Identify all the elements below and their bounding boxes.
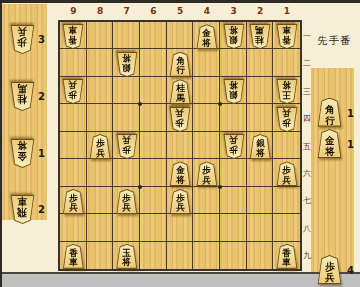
hand-piece-sente[interactable]: 角行: [317, 98, 342, 127]
piece-kanji: 兵: [229, 135, 238, 145]
piece-shape: 歩兵: [169, 107, 191, 132]
piece-face: 歩兵: [170, 108, 190, 131]
file-label-6: 6: [147, 6, 159, 16]
board-piece-sente[interactable]: 銀将: [249, 134, 271, 159]
board-square[interactable]: [87, 214, 114, 241]
sente-hand-count: 4: [347, 265, 354, 276]
board-piece-sente[interactable]: 角行: [169, 52, 191, 77]
piece-kanji: 将: [203, 39, 212, 49]
piece-face: 歩兵: [90, 135, 110, 158]
rank-label-4: 四: [301, 113, 313, 124]
hand-piece-sente[interactable]: 歩兵: [317, 255, 342, 284]
gote-hand-count: 3: [38, 34, 45, 45]
piece-face: 歩兵: [170, 190, 190, 213]
shogi-app-window: 先手番 987654321一二三四五六七八九香車金将銀将桂馬香車銀将角行歩兵桂馬…: [0, 0, 360, 287]
piece-face: 飛車: [11, 196, 34, 223]
board-square[interactable]: [247, 187, 274, 214]
piece-kanji: 将: [229, 80, 238, 90]
rank-label-5: 五: [301, 141, 313, 152]
turn-indicator: 先手番: [317, 34, 360, 48]
board-piece-gote[interactable]: 香車: [276, 24, 298, 49]
piece-face: 銀将: [224, 80, 244, 103]
board-square[interactable]: [273, 187, 300, 214]
piece-face: 歩兵: [277, 162, 297, 185]
piece-shape: 金将: [196, 24, 218, 49]
piece-kanji: 行: [176, 66, 185, 76]
board-piece-sente[interactable]: 歩兵: [116, 189, 138, 214]
board-square[interactable]: [220, 104, 247, 131]
piece-kanji: 将: [122, 258, 131, 268]
board-piece-sente[interactable]: 歩兵: [62, 189, 84, 214]
piece-kanji: 兵: [122, 135, 131, 145]
rank-label-8: 八: [301, 223, 313, 234]
piece-kanji: 銀: [229, 35, 238, 45]
piece-kanji: 車: [69, 258, 78, 268]
board-square[interactable]: [273, 49, 300, 76]
piece-kanji: 行: [325, 115, 335, 126]
gote-hand-count: 2: [38, 204, 45, 215]
board-square[interactable]: [140, 132, 167, 159]
gote-hand-count: 1: [38, 148, 45, 159]
board-square[interactable]: [87, 104, 114, 131]
piece-face: 銀将: [250, 135, 270, 158]
piece-face: 歩兵: [277, 108, 297, 131]
hoshi-star-point: [218, 185, 222, 189]
piece-shape: 角行: [317, 98, 342, 127]
board-square[interactable]: [87, 77, 114, 104]
board-square[interactable]: [247, 49, 274, 76]
piece-kanji: 馬: [176, 94, 185, 104]
piece-shape: 銀将: [223, 24, 245, 49]
piece-shape: 銀将: [223, 79, 245, 104]
board-square[interactable]: [247, 104, 274, 131]
board-piece-gote[interactable]: 歩兵: [62, 79, 84, 104]
piece-shape: 桂馬: [169, 79, 191, 104]
piece-face: 金将: [170, 162, 190, 185]
hoshi-star-point: [138, 102, 142, 106]
board-square[interactable]: [140, 104, 167, 131]
piece-shape: 歩兵: [223, 134, 245, 159]
file-label-4: 4: [201, 6, 213, 16]
board-piece-sente[interactable]: 玉将: [116, 244, 138, 269]
piece-shape: 金将: [10, 139, 35, 168]
hand-piece-gote[interactable]: 桂馬: [10, 82, 35, 111]
file-label-3: 3: [228, 6, 240, 16]
piece-kanji: 将: [325, 146, 335, 157]
board-piece-gote[interactable]: 歩兵: [276, 107, 298, 132]
piece-kanji: 金: [325, 135, 335, 146]
hand-piece-gote[interactable]: 金将: [10, 139, 35, 168]
board-square[interactable]: [113, 22, 140, 49]
piece-shape: 香車: [276, 244, 298, 269]
piece-kanji: 歩: [122, 145, 131, 155]
piece-kanji: 将: [176, 176, 185, 186]
piece-kanji: 兵: [69, 80, 78, 90]
piece-kanji: 兵: [69, 203, 78, 213]
board-square[interactable]: [60, 104, 87, 131]
board-square[interactable]: [220, 159, 247, 186]
board-square[interactable]: [60, 159, 87, 186]
rank-label-1: 一: [301, 31, 313, 42]
board-square[interactable]: [87, 159, 114, 186]
piece-face: 角行: [318, 99, 341, 126]
piece-kanji: 兵: [176, 203, 185, 213]
piece-kanji: 将: [122, 53, 131, 63]
piece-kanji: 兵: [96, 149, 105, 159]
piece-kanji: 角: [325, 104, 335, 115]
board-piece-gote[interactable]: 歩兵: [169, 107, 191, 132]
board-square[interactable]: [193, 49, 220, 76]
board-square[interactable]: [167, 214, 194, 241]
piece-face: 歩兵: [197, 162, 217, 185]
file-label-5: 5: [174, 6, 186, 16]
piece-shape: 桂馬: [10, 82, 35, 111]
piece-shape: 香車: [62, 24, 84, 49]
piece-shape: 歩兵: [116, 189, 138, 214]
piece-kanji: 桂: [256, 35, 265, 45]
board-square[interactable]: [140, 22, 167, 49]
board-piece-gote[interactable]: 銀将: [223, 24, 245, 49]
piece-face: 香車: [63, 245, 83, 268]
piece-face: 銀将: [117, 53, 137, 76]
file-label-8: 8: [94, 6, 106, 16]
piece-kanji: 兵: [283, 108, 292, 118]
board-piece-sente[interactable]: 歩兵: [196, 161, 218, 186]
rank-label-2: 二: [301, 58, 313, 69]
board-piece-gote[interactable]: 王将: [276, 79, 298, 104]
piece-kanji: 兵: [176, 108, 185, 118]
board-piece-gote[interactable]: 桂馬: [249, 24, 271, 49]
piece-kanji: 王: [283, 90, 292, 100]
board-piece-gote[interactable]: 銀将: [116, 52, 138, 77]
piece-face: 歩兵: [117, 190, 137, 213]
file-label-2: 2: [254, 6, 266, 16]
hand-piece-gote[interactable]: 歩兵: [10, 25, 35, 54]
piece-shape: 歩兵: [89, 134, 111, 159]
board-piece-gote[interactable]: 歩兵: [223, 134, 245, 159]
piece-face: 金将: [197, 25, 217, 48]
piece-shape: 桂馬: [249, 24, 271, 49]
board-square[interactable]: [220, 49, 247, 76]
piece-shape: 歩兵: [276, 161, 298, 186]
board-square[interactable]: [140, 77, 167, 104]
piece-shape: 歩兵: [317, 255, 342, 284]
board-square[interactable]: [113, 214, 140, 241]
board-piece-sente[interactable]: 桂馬: [169, 79, 191, 104]
board-square[interactable]: [60, 132, 87, 159]
hand-piece-sente[interactable]: 金将: [317, 129, 342, 158]
piece-kanji: 車: [69, 25, 78, 35]
piece-kanji: 車: [283, 25, 292, 35]
hoshi-star-point: [218, 102, 222, 106]
piece-face: 王将: [277, 80, 297, 103]
board-piece-sente[interactable]: 歩兵: [169, 189, 191, 214]
board-square[interactable]: [87, 49, 114, 76]
piece-kanji: 飛: [18, 207, 28, 218]
piece-kanji: 馬: [18, 83, 28, 94]
board-square[interactable]: [113, 77, 140, 104]
board-square[interactable]: [247, 159, 274, 186]
board-square[interactable]: [193, 214, 220, 241]
rank-label-3: 三: [301, 86, 313, 97]
board-piece-sente[interactable]: 香車: [62, 244, 84, 269]
piece-face: 歩兵: [318, 256, 341, 283]
piece-kanji: 銀: [122, 62, 131, 72]
board-square[interactable]: [60, 214, 87, 241]
piece-kanji: 香: [283, 35, 292, 45]
piece-shape: 銀将: [249, 134, 271, 159]
piece-shape: 玉将: [116, 244, 138, 269]
piece-shape: 王将: [276, 79, 298, 104]
file-label-9: 9: [67, 6, 79, 16]
piece-kanji: 馬: [256, 25, 265, 35]
board-square[interactable]: [140, 187, 167, 214]
board-square[interactable]: [113, 159, 140, 186]
board-square[interactable]: [193, 187, 220, 214]
piece-face: 歩兵: [63, 190, 83, 213]
board-square[interactable]: [140, 159, 167, 186]
piece-shape: 歩兵: [10, 25, 35, 54]
board-square[interactable]: [273, 132, 300, 159]
board-square[interactable]: [87, 242, 114, 269]
status-bar: [2, 272, 360, 287]
board-square[interactable]: [193, 242, 220, 269]
board-square[interactable]: [247, 77, 274, 104]
piece-kanji: 香: [69, 35, 78, 45]
board-square[interactable]: [140, 242, 167, 269]
piece-kanji: 将: [283, 80, 292, 90]
piece-face: 金将: [318, 130, 341, 157]
board-square[interactable]: [220, 242, 247, 269]
board-square[interactable]: [113, 104, 140, 131]
board-square[interactable]: [87, 22, 114, 49]
piece-kanji: 金: [18, 151, 28, 162]
board-square[interactable]: [220, 214, 247, 241]
board-piece-sente[interactable]: 香車: [276, 244, 298, 269]
board-square[interactable]: [193, 104, 220, 131]
piece-face: 香車: [63, 25, 83, 48]
board-square[interactable]: [167, 242, 194, 269]
board-piece-sente[interactable]: 歩兵: [276, 161, 298, 186]
piece-kanji: 歩: [69, 90, 78, 100]
board-piece-gote[interactable]: 歩兵: [116, 134, 138, 159]
board-square[interactable]: [247, 242, 274, 269]
board-piece-gote[interactable]: 香車: [62, 24, 84, 49]
piece-face: 銀将: [224, 25, 244, 48]
hoshi-star-point: [138, 185, 142, 189]
piece-shape: 歩兵: [62, 79, 84, 104]
hand-piece-gote[interactable]: 飛車: [10, 195, 35, 224]
board-square[interactable]: [60, 49, 87, 76]
board-square[interactable]: [167, 22, 194, 49]
piece-face: 金将: [11, 140, 34, 167]
rank-label-6: 六: [301, 168, 313, 179]
piece-kanji: 銀: [229, 90, 238, 100]
sente-hand-count: 1: [347, 108, 354, 119]
board-square[interactable]: [140, 214, 167, 241]
piece-shape: 角行: [169, 52, 191, 77]
piece-face: 角行: [170, 53, 190, 76]
piece-face: 歩兵: [117, 135, 137, 158]
piece-kanji: 車: [283, 258, 292, 268]
piece-shape: 金将: [169, 161, 191, 186]
sente-hand-count: 1: [347, 139, 354, 150]
board-piece-sente[interactable]: 金将: [196, 24, 218, 49]
piece-face: 桂馬: [11, 83, 34, 110]
piece-face: 玉将: [117, 245, 137, 268]
piece-kanji: 将: [229, 25, 238, 35]
piece-shape: 歩兵: [276, 107, 298, 132]
piece-shape: 歩兵: [116, 134, 138, 159]
piece-kanji: 兵: [122, 203, 131, 213]
file-label-1: 1: [281, 6, 293, 16]
file-label-7: 7: [121, 6, 133, 16]
piece-face: 歩兵: [63, 80, 83, 103]
piece-face: 歩兵: [11, 26, 34, 53]
piece-face: 桂馬: [170, 80, 190, 103]
piece-face: 香車: [277, 25, 297, 48]
piece-kanji: 将: [256, 149, 265, 159]
piece-kanji: 兵: [325, 272, 335, 283]
board-square[interactable]: [193, 132, 220, 159]
board-square[interactable]: [273, 214, 300, 241]
piece-kanji: 将: [18, 140, 28, 151]
board-square[interactable]: [247, 214, 274, 241]
piece-face: 桂馬: [250, 25, 270, 48]
board-square[interactable]: [193, 77, 220, 104]
board-square[interactable]: [87, 187, 114, 214]
piece-kanji: 兵: [18, 26, 28, 37]
piece-kanji: 兵: [283, 176, 292, 186]
board-square[interactable]: [140, 49, 167, 76]
piece-kanji: 桂: [18, 94, 28, 105]
piece-kanji: 歩: [18, 37, 28, 48]
piece-kanji: 歩: [325, 261, 335, 272]
board-square[interactable]: [220, 187, 247, 214]
piece-kanji: 兵: [203, 176, 212, 186]
piece-shape: 香車: [62, 244, 84, 269]
board-piece-sente[interactable]: 歩兵: [89, 134, 111, 159]
piece-shape: 飛車: [10, 195, 35, 224]
piece-shape: 香車: [276, 24, 298, 49]
board-square[interactable]: [167, 132, 194, 159]
piece-shape: 歩兵: [196, 161, 218, 186]
gote-hand-count: 2: [38, 91, 45, 102]
piece-shape: 歩兵: [62, 189, 84, 214]
board-piece-gote[interactable]: 銀将: [223, 79, 245, 104]
piece-face: 香車: [277, 245, 297, 268]
rank-label-9: 九: [301, 250, 313, 261]
piece-shape: 銀将: [116, 52, 138, 77]
rank-label-7: 七: [301, 195, 313, 206]
piece-face: 歩兵: [224, 135, 244, 158]
piece-kanji: 車: [18, 196, 28, 207]
board-piece-sente[interactable]: 金将: [169, 161, 191, 186]
piece-shape: 歩兵: [169, 189, 191, 214]
piece-shape: 金将: [317, 129, 342, 158]
piece-kanji: 歩: [229, 145, 238, 155]
